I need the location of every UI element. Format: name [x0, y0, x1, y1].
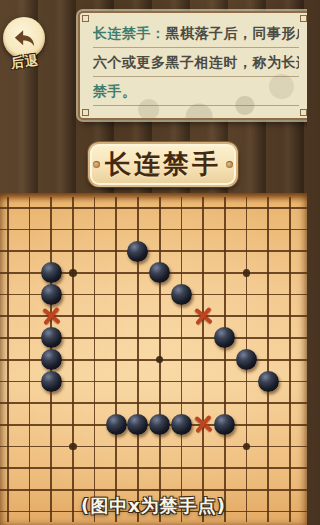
- board-cell: [279, 436, 301, 458]
- board-cell: [40, 305, 62, 327]
- board-cell: [62, 305, 84, 327]
- forbidden-point-x-marker: [41, 306, 62, 327]
- gomoku-board: (图中x为禁手点): [0, 193, 307, 525]
- board-cell: [236, 349, 258, 371]
- board-cell: [279, 392, 301, 414]
- board-cell: [257, 305, 279, 327]
- board-cell: [105, 457, 127, 479]
- black-stone: [41, 371, 62, 392]
- board-cell: [62, 436, 84, 458]
- forbidden-point-x-marker: [193, 414, 214, 435]
- board-cell: [171, 392, 193, 414]
- board-cell: [171, 414, 193, 436]
- board-cell: [40, 197, 62, 219]
- board-cell: [149, 457, 171, 479]
- board-cell: [19, 327, 41, 349]
- board-cell: [149, 392, 171, 414]
- black-stone: [106, 414, 127, 435]
- board-cell: [149, 436, 171, 458]
- black-stone: [149, 262, 170, 283]
- board-cell: [84, 327, 106, 349]
- board-cell: [40, 240, 62, 262]
- board-cell: [0, 284, 19, 306]
- board-cell: [40, 414, 62, 436]
- board-cell: [40, 262, 62, 284]
- board-cell: [127, 240, 149, 262]
- board-cell: [214, 349, 236, 371]
- board-cell: [214, 240, 236, 262]
- board-cell: [171, 197, 193, 219]
- board-cell: [84, 392, 106, 414]
- board-cell: [192, 349, 214, 371]
- board-cell: [149, 219, 171, 241]
- board-cell: [149, 371, 171, 393]
- board-cell: [105, 392, 127, 414]
- board-cell: [127, 262, 149, 284]
- black-stone: [41, 327, 62, 348]
- board-cell: [301, 349, 307, 371]
- board-cell: [279, 197, 301, 219]
- board-cell: [127, 349, 149, 371]
- board-cell: [171, 262, 193, 284]
- board-cell: [40, 371, 62, 393]
- board-cell: [0, 305, 19, 327]
- board-cell: [171, 284, 193, 306]
- tutorial-text-segment: 六个或更多黑子相连时，称为长连: [93, 54, 299, 70]
- board-cell: [62, 371, 84, 393]
- title-banner: 长连禁手: [88, 142, 238, 187]
- board-cell: [149, 305, 171, 327]
- bubble-corner-ornament: [82, 15, 89, 22]
- board-cell: [214, 197, 236, 219]
- tutorial-text-line: 六个或更多黑子相连时，称为长连: [93, 48, 299, 77]
- board-cell: [171, 457, 193, 479]
- board-cell: [62, 197, 84, 219]
- board-cell: [257, 349, 279, 371]
- board-cell: [279, 414, 301, 436]
- board-cell: [40, 349, 62, 371]
- board-cell: [236, 262, 258, 284]
- board-cell: [62, 457, 84, 479]
- board-cell: [40, 327, 62, 349]
- board-cell: [214, 414, 236, 436]
- board-cell: [192, 197, 214, 219]
- board-cell: [214, 305, 236, 327]
- board-caption: (图中x为禁手点): [0, 494, 307, 518]
- black-stone: [149, 414, 170, 435]
- board-cell: [257, 371, 279, 393]
- board-cell: [84, 457, 106, 479]
- board-cell: [127, 197, 149, 219]
- tutorial-bubble: 长连禁手：黑棋落子后，同事形成六个或更多黑子相连时，称为长连禁手。: [78, 11, 307, 120]
- board-cell: [0, 240, 19, 262]
- page-title: 长连禁手: [105, 147, 221, 182]
- board-cell: [236, 305, 258, 327]
- board-cell: [149, 414, 171, 436]
- board-cell: [19, 240, 41, 262]
- bubble-corner-ornament: [300, 109, 307, 116]
- board-cell: [127, 436, 149, 458]
- board-cell: [301, 305, 307, 327]
- board-cell: [192, 392, 214, 414]
- board-cell: [84, 284, 106, 306]
- tutorial-text: 长连禁手：黑棋落子后，同事形成六个或更多黑子相连时，称为长连禁手。: [80, 13, 307, 106]
- board-cell: [105, 305, 127, 327]
- board-cell: [214, 284, 236, 306]
- board-cell: [149, 327, 171, 349]
- board-cell: [301, 197, 307, 219]
- board-cell: [19, 262, 41, 284]
- board-cell: [257, 262, 279, 284]
- board-cell: [0, 392, 19, 414]
- board-cell: [105, 219, 127, 241]
- board-cell: [127, 305, 149, 327]
- black-stone: [127, 241, 148, 262]
- board-cell: [127, 219, 149, 241]
- board-cell: [0, 457, 19, 479]
- board-cell: [279, 262, 301, 284]
- board-cell: [192, 284, 214, 306]
- board-cell: [19, 197, 41, 219]
- board-cell: [257, 436, 279, 458]
- board-cell: [301, 436, 307, 458]
- board-cell: [0, 262, 19, 284]
- board-cell: [149, 262, 171, 284]
- board-cell: [62, 262, 84, 284]
- board-cell: [149, 240, 171, 262]
- board-cell: [127, 327, 149, 349]
- board-cell: [84, 240, 106, 262]
- board-cell: [40, 284, 62, 306]
- board-cell: [192, 240, 214, 262]
- board-cell: [149, 284, 171, 306]
- board-cell: [301, 262, 307, 284]
- board-cell: [62, 349, 84, 371]
- star-point: [243, 269, 251, 277]
- board-cell: [62, 284, 84, 306]
- board-cell: [0, 197, 19, 219]
- board-cell: [236, 284, 258, 306]
- black-stone: [258, 371, 279, 392]
- board-cell: [0, 219, 19, 241]
- board-cell: [62, 327, 84, 349]
- board-cell: [257, 284, 279, 306]
- board-cell: [301, 414, 307, 436]
- board-cell: [62, 392, 84, 414]
- board-cell: [105, 262, 127, 284]
- board-cell: [84, 262, 106, 284]
- board-cell: [84, 197, 106, 219]
- board-cell: [236, 240, 258, 262]
- board-cell: [171, 305, 193, 327]
- star-point: [69, 269, 77, 277]
- board-cell: [84, 219, 106, 241]
- board-cell: [192, 219, 214, 241]
- board-cell: [257, 219, 279, 241]
- board-cell: [127, 392, 149, 414]
- board-cell: [84, 349, 106, 371]
- back-arrow-icon: [11, 25, 38, 52]
- board-cell: [0, 371, 19, 393]
- board-cell: [105, 197, 127, 219]
- black-stone: [127, 414, 148, 435]
- board-cell: [40, 457, 62, 479]
- board-cell: [105, 414, 127, 436]
- board-cell: [257, 414, 279, 436]
- board-cell: [127, 414, 149, 436]
- board-cell: [236, 197, 258, 219]
- board-cell: [236, 457, 258, 479]
- board-cell: [127, 457, 149, 479]
- board-cell: [214, 262, 236, 284]
- board-cell: [301, 371, 307, 393]
- board-cell: [171, 219, 193, 241]
- board-cell: [301, 457, 307, 479]
- black-stone: [214, 414, 235, 435]
- board-cell: [105, 284, 127, 306]
- board-cell: [214, 327, 236, 349]
- board-cell: [301, 392, 307, 414]
- board-cell: [171, 240, 193, 262]
- board-cell: [236, 219, 258, 241]
- board-cell: [0, 436, 19, 458]
- bubble-corner-ornament: [82, 109, 89, 116]
- black-stone: [171, 414, 192, 435]
- board-cell: [236, 414, 258, 436]
- board-cell: [0, 349, 19, 371]
- black-stone: [214, 327, 235, 348]
- board-cell: [19, 414, 41, 436]
- board-cell: [19, 349, 41, 371]
- back-button-label[interactable]: 后退: [2, 50, 48, 73]
- board-cell: [257, 197, 279, 219]
- board-cell: [105, 327, 127, 349]
- board-cell: [19, 305, 41, 327]
- board-cell: [84, 371, 106, 393]
- board-cell: [236, 371, 258, 393]
- board-cell: [171, 436, 193, 458]
- board-cell: [257, 327, 279, 349]
- board-cell: [214, 219, 236, 241]
- board-cell: [149, 349, 171, 371]
- board-cell: [171, 349, 193, 371]
- forbidden-point-x-marker: [193, 306, 214, 327]
- board-cell: [279, 457, 301, 479]
- board-cell: [105, 349, 127, 371]
- black-stone: [236, 349, 257, 370]
- board-cell: [40, 392, 62, 414]
- board-cell: [171, 327, 193, 349]
- bubble-corner-ornament: [300, 15, 307, 22]
- board-cell: [192, 371, 214, 393]
- board-cell: [19, 219, 41, 241]
- board-cell: [127, 371, 149, 393]
- board-cell: [19, 371, 41, 393]
- tutorial-text-segment: 长连禁手：: [93, 25, 166, 41]
- board-cell: [301, 284, 307, 306]
- board-cell: [236, 436, 258, 458]
- tutorial-text-line: 禁手。: [93, 77, 299, 106]
- board-cell: [279, 219, 301, 241]
- board-cell: [279, 305, 301, 327]
- tutorial-text-segment: 禁手。: [93, 83, 137, 99]
- board-cell: [40, 436, 62, 458]
- board-cell: [19, 284, 41, 306]
- board-cell: [257, 457, 279, 479]
- board-cell: [62, 219, 84, 241]
- board-cell: [192, 457, 214, 479]
- board-grid: [0, 197, 307, 522]
- tutorial-text-line: 长连禁手：黑棋落子后，同事形成: [93, 19, 299, 48]
- board-cell: [301, 219, 307, 241]
- board-cell: [0, 414, 19, 436]
- board-cell: [301, 327, 307, 349]
- board-cell: [84, 414, 106, 436]
- black-stone: [41, 262, 62, 283]
- board-cell: [236, 392, 258, 414]
- board-cell: [105, 240, 127, 262]
- board-cell: [214, 457, 236, 479]
- board-cell: [192, 414, 214, 436]
- board-cell: [279, 240, 301, 262]
- board-cell: [171, 371, 193, 393]
- board-cell: [0, 327, 19, 349]
- tutorial-text-segment: 黑棋落子后，同事形成: [166, 25, 300, 41]
- board-cell: [279, 327, 301, 349]
- board-cell: [192, 327, 214, 349]
- star-point: [243, 443, 251, 451]
- board-cell: [84, 305, 106, 327]
- board-cell: [257, 392, 279, 414]
- board-cell: [236, 327, 258, 349]
- black-stone: [171, 284, 192, 305]
- board-cell: [279, 371, 301, 393]
- board-cell: [257, 240, 279, 262]
- board-cell: [62, 414, 84, 436]
- board-cell: [127, 284, 149, 306]
- board-cell: [279, 284, 301, 306]
- board-cell: [40, 219, 62, 241]
- board-cell: [301, 240, 307, 262]
- board-cell: [279, 349, 301, 371]
- board-cell: [192, 262, 214, 284]
- board-cell: [62, 240, 84, 262]
- black-stone: [41, 284, 62, 305]
- board-cell: [214, 392, 236, 414]
- board-cell: [192, 436, 214, 458]
- board-cell: [105, 371, 127, 393]
- board-cell: [192, 305, 214, 327]
- board-cell: [19, 436, 41, 458]
- board-cell: [214, 371, 236, 393]
- star-point: [156, 356, 164, 364]
- board-cell: [105, 436, 127, 458]
- star-point: [69, 443, 77, 451]
- board-cell: [19, 392, 41, 414]
- board-cell: [84, 436, 106, 458]
- board-cell: [19, 457, 41, 479]
- board-cell: [149, 197, 171, 219]
- black-stone: [41, 349, 62, 370]
- board-cell: [214, 436, 236, 458]
